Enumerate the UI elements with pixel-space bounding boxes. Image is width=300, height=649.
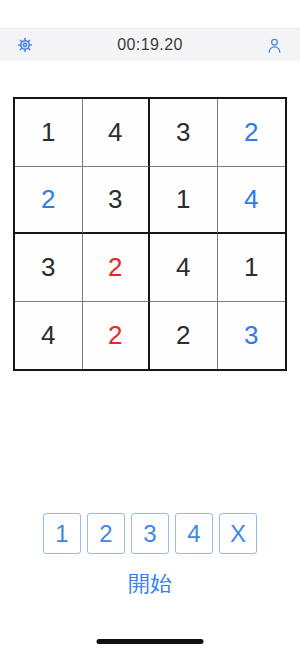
- cell-r2c3[interactable]: 1: [150, 167, 218, 235]
- cell-r3c1[interactable]: 3: [15, 234, 83, 302]
- cell-r2c2[interactable]: 3: [83, 167, 151, 235]
- cell-r2c4[interactable]: 4: [218, 167, 286, 235]
- cell-r1c4[interactable]: 2: [218, 99, 286, 167]
- cell-r3c3[interactable]: 4: [150, 234, 218, 302]
- sudoku-board: 1432231432414223: [13, 97, 287, 371]
- cell-r4c2[interactable]: 2: [83, 302, 151, 370]
- cell-r4c1[interactable]: 4: [15, 302, 83, 370]
- gear-icon: [17, 37, 33, 53]
- numpad-button-3[interactable]: 3: [131, 513, 169, 554]
- cell-r1c1[interactable]: 1: [15, 99, 83, 167]
- home-indicator[interactable]: [97, 639, 204, 644]
- settings-button[interactable]: [17, 37, 33, 53]
- numpad-button-1[interactable]: 1: [43, 513, 81, 554]
- cell-r4c3[interactable]: 2: [150, 302, 218, 370]
- status-bar-area: [0, 0, 300, 28]
- game-timer: 00:19.20: [0, 36, 300, 54]
- person-icon: [266, 37, 283, 54]
- start-button[interactable]: 開始: [0, 569, 300, 599]
- navigation-bar: 00:19.20: [0, 28, 300, 61]
- cell-r1c3[interactable]: 3: [150, 99, 218, 167]
- cell-r4c4[interactable]: 3: [218, 302, 286, 370]
- cell-r1c2[interactable]: 4: [83, 99, 151, 167]
- numpad-button-x[interactable]: X: [219, 513, 257, 554]
- number-pad: 1234X: [0, 513, 300, 554]
- cell-r3c2[interactable]: 2: [83, 234, 151, 302]
- cell-r3c4[interactable]: 1: [218, 234, 286, 302]
- numpad-button-4[interactable]: 4: [175, 513, 213, 554]
- numpad-button-2[interactable]: 2: [87, 513, 125, 554]
- cell-r2c1[interactable]: 2: [15, 167, 83, 235]
- profile-button[interactable]: [266, 37, 283, 54]
